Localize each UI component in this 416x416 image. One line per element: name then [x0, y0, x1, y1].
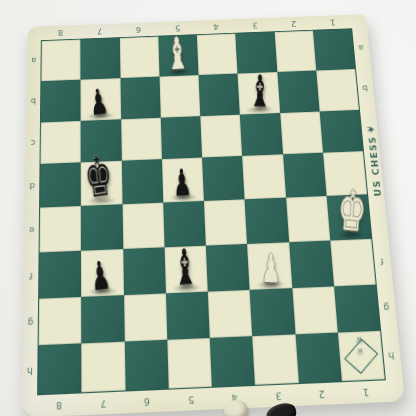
coordinate-label: 5	[168, 389, 212, 409]
square-d8[interactable]	[40, 163, 81, 208]
coordinate-label: e	[25, 208, 38, 253]
coordinate-label: a	[28, 40, 40, 81]
square-f1[interactable]	[330, 239, 376, 286]
white-pawn[interactable]: ♟	[261, 248, 280, 288]
square-e8[interactable]	[40, 206, 82, 252]
coordinate-label: g	[24, 299, 37, 347]
square-h4[interactable]	[210, 336, 255, 386]
square-b2[interactable]	[277, 70, 319, 112]
coordinate-label: d	[26, 164, 38, 208]
chess-board: ♝♟♝♚♟♚♟♝♟♕♕	[37, 28, 386, 395]
chess-mat: 87654321 87654321 abcdefgh abcdefgh ♝♟♝♚…	[22, 14, 405, 416]
square-f5[interactable]: ♝	[164, 245, 207, 292]
square-a8[interactable]	[41, 40, 80, 81]
coordinate-label: c	[27, 122, 39, 165]
square-f8[interactable]	[39, 251, 81, 299]
square-f7[interactable]: ♟	[81, 249, 123, 297]
square-h6[interactable]	[124, 340, 168, 390]
coordinate-label: 3	[256, 385, 301, 405]
uschess-logo-text: US CHESS	[368, 136, 383, 197]
square-e3[interactable]	[245, 198, 289, 244]
coordinate-label: 4	[196, 20, 235, 33]
square-a7[interactable]	[81, 38, 120, 79]
coordinate-label: 3	[235, 18, 275, 31]
black-bishop[interactable]: ♝	[172, 241, 199, 292]
black-pawn[interactable]: ♟	[88, 83, 110, 120]
square-b5[interactable]	[159, 75, 200, 117]
square-e2[interactable]	[286, 196, 330, 242]
uschess-crowns-corner-logo: ♕♕	[338, 331, 385, 381]
square-f6[interactable]	[123, 247, 166, 295]
square-b7[interactable]: ♟	[81, 78, 121, 121]
coordinate-label: 2	[299, 383, 344, 403]
coordinate-label: 7	[80, 24, 119, 37]
coordinate-label: h	[23, 346, 36, 396]
coordinate-label: 7	[81, 393, 125, 413]
square-a6[interactable]	[119, 37, 159, 78]
square-d2[interactable]	[283, 153, 327, 198]
square-c8[interactable]	[40, 120, 80, 164]
coordinate-label: 8	[41, 26, 80, 39]
square-c2[interactable]	[280, 111, 323, 154]
square-d7[interactable]: ♚	[81, 161, 122, 206]
coordinate-label: 1	[343, 381, 388, 401]
table-background: 87654321 87654321 abcdefgh abcdefgh ♝♟♝♚…	[0, 0, 416, 416]
square-c1[interactable]	[319, 109, 363, 152]
square-h3[interactable]	[252, 335, 298, 385]
square-h5[interactable]	[167, 338, 212, 388]
square-g4[interactable]	[208, 289, 253, 338]
white-king[interactable]: ♚	[337, 181, 368, 239]
coordinate-label: 2	[274, 17, 314, 30]
square-f4[interactable]	[206, 244, 250, 291]
uschess-star-icon: ✦	[367, 124, 377, 134]
square-b6[interactable]	[120, 76, 160, 118]
square-h2[interactable]	[295, 333, 342, 383]
square-h7[interactable]	[81, 342, 125, 392]
crown-icon: ♕	[355, 335, 364, 345]
captured-white-piece[interactable]	[224, 400, 248, 416]
square-c4[interactable]	[200, 114, 242, 158]
square-b1[interactable]	[316, 69, 359, 111]
coordinate-label: f	[25, 253, 38, 300]
square-g5[interactable]	[166, 291, 210, 340]
square-a2[interactable]	[274, 31, 316, 72]
white-bishop[interactable]: ♝	[165, 31, 190, 75]
square-d6[interactable]	[121, 159, 163, 204]
square-c6[interactable]	[121, 117, 162, 161]
square-e6[interactable]	[122, 203, 164, 249]
coordinate-label: 6	[125, 391, 169, 411]
square-d4[interactable]	[202, 156, 245, 201]
square-a5[interactable]: ♝	[158, 35, 198, 76]
coordinate-label: a	[353, 28, 369, 68]
square-g1[interactable]	[334, 284, 380, 333]
square-e1[interactable]: ♚	[326, 194, 371, 240]
square-g8[interactable]	[39, 296, 82, 345]
square-g7[interactable]	[81, 295, 124, 344]
square-c5[interactable]	[161, 116, 203, 160]
square-g3[interactable]	[250, 288, 295, 337]
square-d5[interactable]: ♟	[162, 158, 204, 203]
square-e7[interactable]	[81, 204, 123, 250]
square-c3[interactable]	[240, 113, 283, 157]
coordinate-label: 1	[312, 16, 352, 29]
square-b3[interactable]: ♝	[238, 72, 280, 114]
square-g6[interactable]	[124, 293, 168, 342]
square-f2[interactable]	[289, 240, 334, 287]
black-pawn[interactable]: ♟	[88, 254, 112, 296]
square-d3[interactable]	[242, 155, 285, 200]
black-pawn[interactable]: ♟	[172, 163, 193, 201]
square-g2[interactable]	[292, 286, 338, 335]
square-h8[interactable]	[38, 344, 82, 395]
coordinate-label: b	[27, 80, 39, 122]
square-b8[interactable]	[41, 79, 81, 122]
square-h1[interactable]: ♕♕	[338, 331, 385, 381]
coordinate-label: 6	[119, 23, 158, 36]
square-e4[interactable]	[204, 199, 247, 245]
crown-icon: ♕	[356, 346, 365, 356]
square-a1[interactable]	[313, 29, 355, 70]
coordinate-label: 8	[37, 395, 81, 415]
black-bishop[interactable]: ♝	[248, 68, 271, 112]
square-f3[interactable]: ♟	[247, 242, 292, 289]
square-b4[interactable]	[199, 73, 240, 115]
square-a4[interactable]	[197, 34, 238, 75]
